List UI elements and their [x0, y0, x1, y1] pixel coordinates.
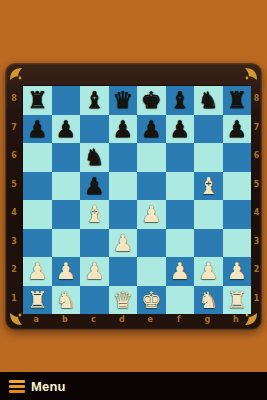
square-g1[interactable]: ♞ — [194, 286, 223, 315]
piece-white-queen: ♛ — [109, 286, 138, 315]
piece-white-pawn: ♟ — [223, 257, 252, 286]
square-d1[interactable]: ♛ — [109, 286, 138, 315]
square-e2[interactable] — [137, 257, 166, 286]
file-label: f — [165, 313, 194, 331]
app-screen: 87654321 87654321 ♜♝♛♚♝♞♜♟♟♟♟♟♟♞♟♝♝♟♟♟♟♟… — [0, 0, 267, 400]
square-e6[interactable] — [137, 143, 166, 172]
square-b1[interactable]: ♞ — [52, 286, 81, 315]
rank-label: 7 — [250, 114, 263, 143]
square-c2[interactable]: ♟ — [80, 257, 109, 286]
piece-white-pawn: ♟ — [52, 257, 81, 286]
square-a6[interactable] — [23, 143, 52, 172]
square-e1[interactable]: ♚ — [137, 286, 166, 315]
chess-board-frame: 87654321 87654321 ♜♝♛♚♝♞♜♟♟♟♟♟♟♞♟♝♝♟♟♟♟♟… — [5, 63, 262, 330]
piece-white-pawn: ♟ — [194, 257, 223, 286]
file-label: b — [51, 313, 80, 331]
corner-ornament-icon — [9, 67, 24, 82]
square-b4[interactable] — [52, 200, 81, 229]
piece-white-pawn: ♟ — [109, 229, 138, 258]
square-g5[interactable]: ♝ — [194, 172, 223, 201]
rank-label: 4 — [250, 199, 263, 228]
square-f1[interactable] — [166, 286, 195, 315]
file-label: d — [108, 313, 137, 331]
square-d8[interactable]: ♛ — [109, 86, 138, 115]
piece-black-bishop: ♝ — [80, 86, 109, 115]
file-label: h — [222, 313, 251, 331]
rank-label: 2 — [6, 256, 22, 285]
square-c5[interactable]: ♟ — [80, 172, 109, 201]
square-b3[interactable] — [52, 229, 81, 258]
rank-label: 1 — [250, 285, 263, 314]
square-a1[interactable]: ♜ — [23, 286, 52, 315]
square-c8[interactable]: ♝ — [80, 86, 109, 115]
piece-white-knight: ♞ — [194, 286, 223, 315]
rank-label: 3 — [6, 228, 22, 257]
rank-label: 5 — [6, 171, 22, 200]
piece-white-pawn: ♟ — [166, 257, 195, 286]
piece-black-rook: ♜ — [23, 86, 52, 115]
square-e8[interactable]: ♚ — [137, 86, 166, 115]
square-b5[interactable] — [52, 172, 81, 201]
square-e5[interactable] — [137, 172, 166, 201]
square-d6[interactable] — [109, 143, 138, 172]
file-label: g — [193, 313, 222, 331]
piece-white-rook: ♜ — [23, 286, 52, 315]
square-g4[interactable] — [194, 200, 223, 229]
file-label: c — [79, 313, 108, 331]
square-b6[interactable] — [52, 143, 81, 172]
square-c4[interactable]: ♝ — [80, 200, 109, 229]
piece-black-king: ♚ — [137, 86, 166, 115]
square-c1[interactable] — [80, 286, 109, 315]
piece-white-bishop: ♝ — [194, 172, 223, 201]
square-b8[interactable] — [52, 86, 81, 115]
square-h8[interactable]: ♜ — [223, 86, 252, 115]
square-c6[interactable]: ♞ — [80, 143, 109, 172]
rank-label: 7 — [6, 114, 22, 143]
piece-white-knight: ♞ — [52, 286, 81, 315]
file-label: e — [136, 313, 165, 331]
square-c7[interactable] — [80, 115, 109, 144]
rank-label: 8 — [6, 85, 22, 114]
rank-label: 6 — [6, 142, 22, 171]
square-h4[interactable] — [223, 200, 252, 229]
square-b2[interactable]: ♟ — [52, 257, 81, 286]
piece-black-pawn: ♟ — [80, 172, 109, 201]
square-a4[interactable] — [23, 200, 52, 229]
menu-icon — [9, 378, 25, 394]
rank-label: 5 — [250, 171, 263, 200]
rank-label: 1 — [6, 285, 22, 314]
piece-white-pawn: ♟ — [80, 257, 109, 286]
square-e3[interactable] — [137, 229, 166, 258]
square-f3[interactable] — [166, 229, 195, 258]
square-c3[interactable] — [80, 229, 109, 258]
piece-white-pawn: ♟ — [137, 200, 166, 229]
corner-ornament-icon — [243, 67, 258, 82]
piece-black-knight: ♞ — [80, 143, 109, 172]
square-g6[interactable] — [194, 143, 223, 172]
piece-black-queen: ♛ — [109, 86, 138, 115]
piece-black-rook: ♜ — [223, 86, 252, 115]
square-d5[interactable] — [109, 172, 138, 201]
square-d7[interactable]: ♟ — [109, 115, 138, 144]
menu-bar: Menu — [0, 372, 267, 400]
menu-button-label: Menu — [31, 379, 66, 394]
square-f8[interactable]: ♝ — [166, 86, 195, 115]
piece-white-king: ♚ — [137, 286, 166, 315]
square-a5[interactable] — [23, 172, 52, 201]
piece-black-bishop: ♝ — [166, 86, 195, 115]
piece-black-pawn: ♟ — [109, 115, 138, 144]
menu-button[interactable]: Menu — [9, 378, 66, 394]
square-g7[interactable] — [194, 115, 223, 144]
piece-white-bishop: ♝ — [80, 200, 109, 229]
rank-label: 8 — [250, 85, 263, 114]
square-h2[interactable]: ♟ — [223, 257, 252, 286]
piece-white-rook: ♜ — [223, 286, 252, 315]
square-e4[interactable]: ♟ — [137, 200, 166, 229]
square-a8[interactable]: ♜ — [23, 86, 52, 115]
square-g3[interactable] — [194, 229, 223, 258]
rank-labels-right: 87654321 — [250, 85, 263, 313]
square-f6[interactable] — [166, 143, 195, 172]
square-h3[interactable] — [223, 229, 252, 258]
piece-black-pawn: ♟ — [137, 115, 166, 144]
piece-black-pawn: ♟ — [223, 115, 252, 144]
piece-black-pawn: ♟ — [23, 115, 52, 144]
piece-black-pawn: ♟ — [166, 115, 195, 144]
square-f2[interactable]: ♟ — [166, 257, 195, 286]
square-b7[interactable]: ♟ — [52, 115, 81, 144]
square-a3[interactable] — [23, 229, 52, 258]
square-f7[interactable]: ♟ — [166, 115, 195, 144]
rank-label: 6 — [250, 142, 263, 171]
square-h6[interactable] — [223, 143, 252, 172]
square-d2[interactable] — [109, 257, 138, 286]
rank-label: 3 — [250, 228, 263, 257]
piece-black-knight: ♞ — [194, 86, 223, 115]
rank-label: 4 — [6, 199, 22, 228]
square-d4[interactable] — [109, 200, 138, 229]
square-f4[interactable] — [166, 200, 195, 229]
chess-board: ♜♝♛♚♝♞♜♟♟♟♟♟♟♞♟♝♝♟♟♟♟♟♟♟♟♜♞♛♚♞♜ — [22, 85, 250, 313]
square-d3[interactable]: ♟ — [109, 229, 138, 258]
rank-labels-left: 87654321 — [6, 85, 22, 313]
square-g8[interactable]: ♞ — [194, 86, 223, 115]
file-label: a — [22, 313, 51, 331]
square-h7[interactable]: ♟ — [223, 115, 252, 144]
square-a7[interactable]: ♟ — [23, 115, 52, 144]
square-f5[interactable] — [166, 172, 195, 201]
square-h1[interactable]: ♜ — [223, 286, 252, 315]
file-labels: abcdefgh — [22, 313, 250, 331]
square-e7[interactable]: ♟ — [137, 115, 166, 144]
piece-white-pawn: ♟ — [23, 257, 52, 286]
square-g2[interactable]: ♟ — [194, 257, 223, 286]
square-a2[interactable]: ♟ — [23, 257, 52, 286]
square-h5[interactable] — [223, 172, 252, 201]
rank-label: 2 — [250, 256, 263, 285]
piece-black-pawn: ♟ — [52, 115, 81, 144]
